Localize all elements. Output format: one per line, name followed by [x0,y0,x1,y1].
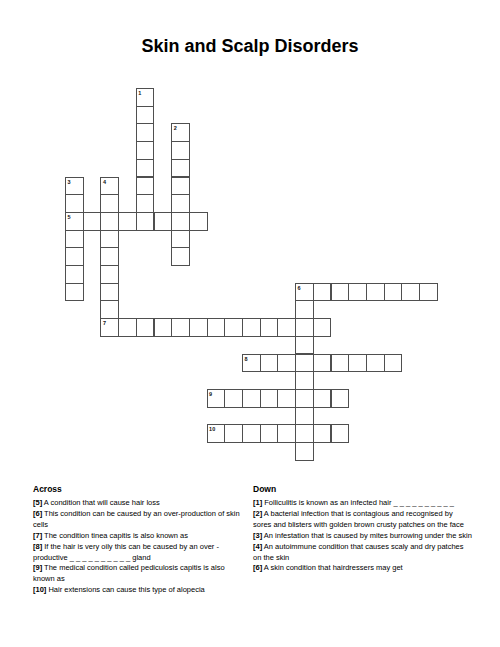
grid-cell[interactable] [295,354,314,373]
across-clue-list: [5] A condition that will cause hair los… [33,498,246,596]
grid-cell[interactable] [313,424,332,443]
grid-cell[interactable] [295,318,314,337]
grid-cell[interactable] [65,265,84,284]
down-clues: Down [1] Folliculitis is known as an inf… [253,484,472,596]
grid-cell[interactable] [136,194,155,213]
grid-cell[interactable] [207,318,226,337]
grid-cell[interactable] [348,283,367,302]
clue-item: [8] If the hair is very oily this can be… [33,542,246,564]
down-header: Down [253,484,472,494]
clue-number-label: [3] [253,531,262,540]
grid-cell[interactable] [277,318,296,337]
cell-number: 6 [298,285,301,291]
grid-cell[interactable] [136,318,155,337]
grid-cell[interactable] [224,318,243,337]
clue-number-label: [1] [253,498,262,507]
grid-cell[interactable] [136,141,155,160]
grid-cell[interactable] [171,194,190,213]
grid-cell[interactable] [366,354,385,373]
clue-item: [6] A skin condition that hairdressers m… [253,563,472,574]
clue-item: [4] An autoimmune condition that causes … [253,542,472,564]
grid-cell[interactable] [260,389,279,408]
clue-number-label: [4] [253,542,262,551]
grid-cell[interactable] [295,389,314,408]
grid-cell[interactable] [171,318,190,337]
grid-cell[interactable] [136,106,155,125]
grid-cell[interactable] [189,318,208,337]
grid-cell[interactable] [295,371,314,390]
grid-cell[interactable] [171,212,190,231]
grid-cell[interactable] [295,300,314,319]
grid-cell[interactable] [295,442,314,461]
grid-cell[interactable] [419,283,438,302]
grid-cell[interactable] [100,247,119,266]
cell-number: 4 [103,179,106,185]
grid-cell[interactable] [136,123,155,142]
clue-item: [5] A condition that will cause hair los… [33,498,246,509]
clue-item: [9] The medical condition called pedicul… [33,563,246,585]
puzzle-title: Skin and Scalp Disorders [0,36,500,57]
grid-cell[interactable] [313,354,332,373]
grid-cell[interactable] [171,230,190,249]
grid-cell[interactable] [100,212,119,231]
clue-number-label: [7] [33,531,42,540]
clue-number-label: [8] [33,542,42,551]
grid-cell[interactable] [65,247,84,266]
grid-cell[interactable] [384,283,403,302]
grid-cell[interactable] [260,424,279,443]
grid-cell[interactable] [295,407,314,426]
grid-cell[interactable] [154,318,173,337]
grid-cell[interactable] [118,318,137,337]
grid-cell[interactable] [401,283,420,302]
grid-cell[interactable] [224,389,243,408]
cell-number: 1 [138,90,141,96]
grid-cell[interactable] [331,389,350,408]
clue-number-label: [10] [33,585,46,594]
grid-cell[interactable] [242,424,261,443]
crossword-page: Skin and Scalp Disorders 12345678910 Acr… [0,0,500,647]
grid-cell[interactable] [65,230,84,249]
across-clues: Across [5] A condition that will cause h… [33,484,246,596]
clue-item: [6] This condition can be caused by an o… [33,509,246,531]
grid-cell[interactable] [331,283,350,302]
cell-number: 10 [209,426,215,432]
grid-cell[interactable] [331,354,350,373]
clue-item: [1] Folliculitis is known as an infected… [253,498,472,509]
grid-cell[interactable] [366,283,385,302]
clue-number-label: [5] [33,498,42,507]
grid-cell[interactable] [118,212,137,231]
grid-cell[interactable] [100,300,119,319]
grid-cell[interactable] [277,354,296,373]
cell-number: 3 [68,179,71,185]
grid-cell[interactable] [313,318,332,337]
clue-item: [10] Hair extensions can cause this type… [33,585,246,596]
grid-cell[interactable] [295,424,314,443]
grid-cell[interactable] [348,354,367,373]
cell-number: 5 [68,214,71,220]
clue-section: Across [5] A condition that will cause h… [33,484,472,596]
cell-number: 9 [209,391,212,397]
grid-cell[interactable] [189,212,208,231]
grid-cell[interactable] [154,212,173,231]
grid-cell[interactable] [171,247,190,266]
across-header: Across [33,484,246,494]
grid-cell[interactable] [242,389,261,408]
clue-number-label: [6] [33,509,42,518]
grid-cell[interactable] [171,159,190,178]
grid-cell[interactable] [277,424,296,443]
cell-number: 7 [103,320,106,326]
grid-cell[interactable] [65,283,84,302]
clue-number-label: [2] [253,509,262,518]
grid-cell[interactable] [171,177,190,196]
grid-cell[interactable] [100,265,119,284]
clue-item: [2] A bacterial infection that is contag… [253,509,472,531]
grid-cell[interactable] [260,318,279,337]
grid-cell[interactable] [384,354,403,373]
grid-cell[interactable] [83,212,102,231]
grid-cell[interactable] [100,194,119,213]
grid-cell[interactable] [331,424,350,443]
grid-cell[interactable] [313,389,332,408]
clue-number-label: [9] [33,563,42,572]
cell-number: 2 [174,125,177,131]
grid-cell[interactable] [100,230,119,249]
grid-cell[interactable] [171,141,190,160]
down-clue-list: [1] Folliculitis is known as an infected… [253,498,472,574]
cell-number: 8 [245,356,248,362]
clue-item: [7] The condition tinea capitis is also … [33,531,246,542]
grid-cell[interactable] [242,318,261,337]
grid-cell[interactable] [136,212,155,231]
grid-cell[interactable] [136,177,155,196]
grid-cell[interactable] [313,283,332,302]
grid-cell[interactable] [224,424,243,443]
grid-cell[interactable] [260,354,279,373]
grid-cell[interactable] [277,389,296,408]
grid-cell[interactable] [100,283,119,302]
clue-item: [3] An infestation that is caused by mit… [253,531,472,542]
grid-cell[interactable] [295,336,314,355]
clue-number-label: [6] [253,563,262,572]
grid-cell[interactable] [65,194,84,213]
grid-cell[interactable] [136,159,155,178]
